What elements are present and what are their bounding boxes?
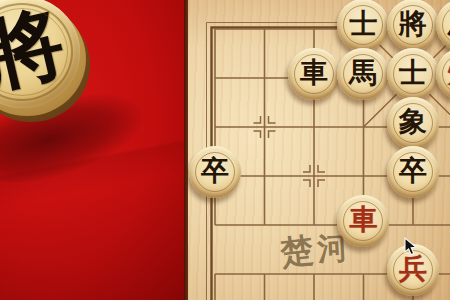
- piece-glyph: 兵: [399, 255, 427, 283]
- app-window: 將 楚 河 士將馬車馬士炮象卒卒車兵: [0, 0, 450, 300]
- black-horse-piece[interactable]: 馬: [337, 48, 389, 100]
- black-soldier-piece[interactable]: 卒: [189, 146, 241, 198]
- piece-glyph: 車: [300, 59, 328, 87]
- black-general-piece[interactable]: 將: [387, 0, 439, 51]
- black-advisor-piece[interactable]: 士: [387, 48, 439, 100]
- piece-glyph: 車: [349, 206, 377, 234]
- black-soldier-piece[interactable]: 卒: [387, 146, 439, 198]
- piece-glyph: 將: [399, 10, 427, 38]
- piece-glyph: 卒: [201, 157, 229, 185]
- black-horse-piece[interactable]: 馬: [436, 0, 450, 51]
- black-advisor-piece[interactable]: 士: [337, 0, 389, 51]
- black-chariot-piece[interactable]: 車: [288, 48, 340, 100]
- piece-glyph: 士: [349, 10, 377, 38]
- piece-glyph: 馬: [349, 59, 377, 87]
- piece-glyph: 卒: [399, 157, 427, 185]
- mouse-cursor-icon: [404, 237, 418, 257]
- piece-glyph: 士: [399, 59, 427, 87]
- black-elephant-piece[interactable]: 象: [387, 97, 439, 149]
- red-cannon-piece[interactable]: 炮: [436, 48, 450, 100]
- red-chariot-piece[interactable]: 車: [337, 195, 389, 247]
- piece-glyph: 象: [399, 108, 427, 136]
